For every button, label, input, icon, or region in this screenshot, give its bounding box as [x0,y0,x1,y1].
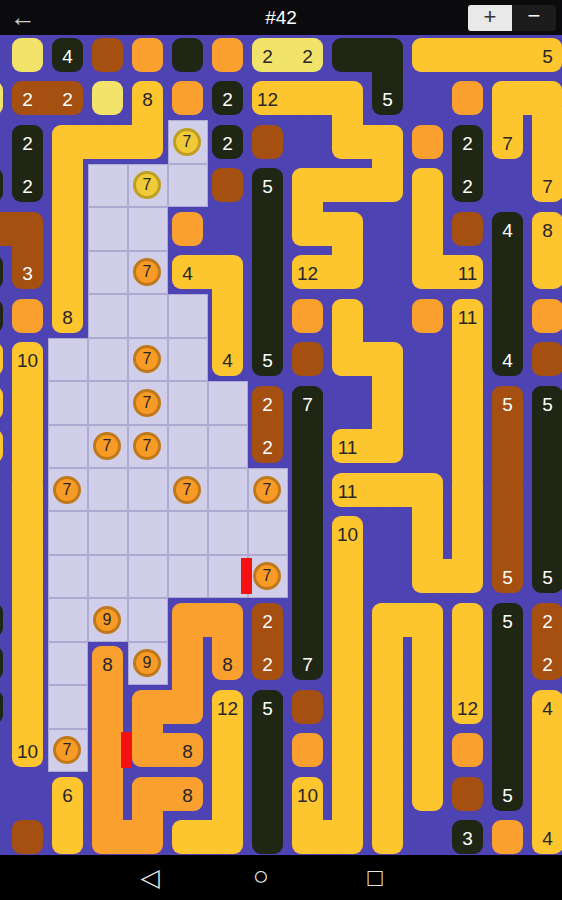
snake-length-label: 2 [262,47,273,66]
snake-cell[interactable] [92,38,123,72]
snake-cell[interactable] [292,690,323,724]
snake-bridge [212,759,243,784]
coin-hint[interactable]: 7 [53,736,81,764]
snake-bridge [195,820,220,854]
snake-bridge [475,38,500,72]
snake-bridge [315,820,340,854]
coin-hint[interactable]: 7 [173,128,201,156]
snake-bridge [12,629,43,654]
snake-bridge [275,38,300,72]
snake-bridge [532,107,562,132]
snake-bridge [492,412,523,437]
snake-bridge [212,281,243,306]
snake-bridge [252,238,283,263]
empty-cell[interactable] [88,381,128,424]
snake-bridge [492,542,523,567]
snake-bridge [412,672,443,697]
snake-bridge [12,542,43,567]
coin-hint[interactable]: 7 [93,432,121,460]
snake-bridge [532,412,562,437]
snake-length-label: 10 [17,351,38,370]
snake-bridge [435,559,460,593]
snake-cell[interactable] [12,38,43,72]
snake-bridge [412,759,443,784]
empty-cell[interactable] [128,294,168,337]
snake-bridge [35,81,60,115]
snake-length-label: 5 [542,47,553,66]
snake-bridge [12,585,43,610]
snake-bridge [115,820,140,854]
coin-hint[interactable]: 7 [133,345,161,373]
zoom-control: + − [468,5,556,31]
snake-length-label: 5 [502,785,513,804]
empty-cell[interactable] [48,685,88,728]
snake-length-label: 11 [338,438,358,457]
snake-bridge [532,803,562,828]
snake-length-label: 7 [302,655,313,674]
empty-cell[interactable] [168,164,208,207]
snake-bridge [532,542,562,567]
snake-bridge [492,281,523,306]
snake-length-label: 4 [542,698,553,717]
snake-bridge [532,238,562,263]
snake-cell[interactable] [172,212,203,246]
empty-cell[interactable] [168,425,208,468]
snake-cell[interactable] [292,342,323,376]
snake-bridge [435,255,460,289]
snake-bridge [515,38,540,72]
snake-bridge [275,81,300,115]
snake-bridge [452,629,483,654]
empty-cell[interactable] [208,511,248,554]
snake-bridge [252,325,283,350]
snake-bridge [52,238,83,263]
snake-bridge [332,629,363,654]
snake-bridge [252,759,283,784]
snake-length-label: 2 [62,90,73,109]
snake-cell[interactable] [172,38,203,72]
snake-bridge [12,672,43,697]
snake-length-label: 2 [222,90,233,109]
snake-bridge [452,499,483,524]
snake-length-label: 5 [262,177,273,196]
snake-length-label: 7 [502,133,513,152]
snake-bridge [452,368,483,393]
snake-length-label: 8 [62,307,73,326]
snake-bridge [332,542,363,567]
snake-length-label: 2 [542,655,553,674]
snake-cell[interactable] [12,820,43,854]
snake-length-label: 5 [502,611,513,630]
coin-hint[interactable]: 7 [53,476,81,504]
snake-cell-clipped [0,386,3,420]
snake-bridge [12,238,43,263]
snake-bridge [52,194,83,219]
android-nav-bar: ◁ ○ □ [0,855,562,900]
snake-cell-clipped [0,299,3,333]
snake-bridge [492,238,523,263]
snake-bridge [372,759,403,784]
snake-cell-clipped [0,168,3,202]
snake-bridge [12,412,43,437]
snake-cell[interactable] [492,820,523,854]
snake-bridge [52,281,83,306]
nav-recents-icon[interactable]: □ [367,863,382,892]
snake-bridge [412,499,443,524]
snake-bridge [532,629,562,654]
snake-length-label: 11 [338,481,358,500]
snake-length-label: 8 [182,785,193,804]
snake-length-label: 2 [262,655,273,674]
snake-length-label: 12 [457,698,478,717]
snake-length-label: 6 [62,785,73,804]
snake-bridge [92,759,123,784]
snake-cell[interactable] [212,38,243,72]
empty-cell[interactable] [168,381,208,424]
snake-bridge [252,281,283,306]
empty-cell[interactable] [128,511,168,554]
snake-cell[interactable] [292,733,323,767]
empty-cell[interactable] [128,598,168,641]
snake-length-label: 4 [502,351,513,370]
snake-length-label: 10 [297,785,318,804]
snake-bridge [12,716,43,741]
snake-length-label: 4 [542,829,553,848]
empty-cell[interactable] [208,381,248,424]
snake-bridge [172,629,203,654]
snake-length-label: 4 [182,264,193,283]
nav-back-icon[interactable]: ◁ [140,863,159,892]
empty-cell[interactable] [48,642,88,685]
error-marker [121,732,132,768]
snake-bridge [452,455,483,480]
empty-cell[interactable] [208,425,248,468]
snake-length-label: 12 [257,90,278,109]
snake-length-label: 5 [542,568,553,587]
phone-screen: ← #42 + − 422522821252227252748341211811… [0,0,562,900]
snake-length-label: 2 [462,133,473,152]
snake-bridge [492,107,523,132]
snake-cell-clipped [0,690,3,724]
snake-bridge [252,412,283,437]
snake-cell[interactable] [172,81,203,115]
snake-bridge [292,585,323,610]
snake-bridge [492,716,523,741]
snake-cell[interactable] [452,212,483,246]
snake-cell[interactable] [292,299,323,333]
snake-length-label: 2 [262,438,273,457]
snake-bridge [12,455,43,480]
snake-length-label: 2 [22,177,33,196]
snake-cell[interactable] [412,299,443,333]
snake-bridge [532,151,562,176]
snake-length-label: 12 [217,698,238,717]
snake-length-label: 2 [302,47,313,66]
snake-cell[interactable] [412,125,443,159]
snake-length-label: 4 [62,47,73,66]
snake-bridge [492,499,523,524]
empty-cell[interactable] [168,338,208,381]
snake-bridge [292,412,323,437]
snake-length-label: 2 [262,394,273,413]
coin-hint[interactable]: 7 [253,476,281,504]
snake-length-label: 3 [22,264,33,283]
snake-length-label: 2 [542,611,553,630]
empty-cell[interactable] [48,338,88,381]
snake-bridge [492,629,523,654]
snake-bridge [155,733,180,767]
snake-bridge [315,255,340,289]
snake-bridge [212,325,243,350]
snake-bridge [252,803,283,828]
snake-bridge [372,716,403,741]
empty-cell[interactable] [48,381,88,424]
snake-cell-clipped [0,81,3,115]
snake-length-label: 8 [542,220,553,239]
snake-length-label: 12 [297,264,318,283]
snake-bridge [532,716,562,741]
snake-bridge [92,716,123,741]
snake-length-label: 5 [262,351,273,370]
snake-bridge [332,585,363,610]
coin-hint[interactable]: 7 [133,432,161,460]
snake-bridge [332,672,363,697]
snake-bridge [252,629,283,654]
snake-cell[interactable] [532,342,562,376]
snake-bridge [292,542,323,567]
empty-cell[interactable] [168,555,208,598]
empty-cell[interactable] [128,207,168,250]
snake-length-label: 2 [222,133,233,152]
snake-bridge [355,168,380,202]
snake-length-label: 11 [458,307,478,326]
snake-bridge [92,672,123,697]
snake-bridge [412,194,443,219]
coin-hint[interactable]: 7 [173,476,201,504]
snake-cell-clipped [0,429,3,463]
snake-cell[interactable] [452,733,483,767]
snake-bridge [492,325,523,350]
empty-cell[interactable] [48,511,88,554]
snake-cell-clipped [0,255,3,289]
empty-cell[interactable] [88,207,128,250]
error-marker [241,558,252,594]
snake-bridge [355,429,380,463]
snake-cell[interactable] [12,299,43,333]
zoom-in-button[interactable]: + [468,5,512,31]
empty-cell[interactable] [48,555,88,598]
snake-bridge [212,629,243,654]
snake-length-label: 8 [142,90,153,109]
snake-length-label: 2 [462,177,473,196]
snake-length-label: 2 [22,133,33,152]
snake-length-label: 10 [17,742,38,761]
zoom-out-button[interactable]: − [512,5,556,31]
empty-cell[interactable] [208,468,248,511]
snake-length-label: 8 [182,742,193,761]
empty-cell[interactable] [88,251,128,294]
empty-cell[interactable] [128,468,168,511]
empty-cell[interactable] [88,555,128,598]
snake-cell[interactable] [532,299,562,333]
snake-cell-clipped [0,646,3,680]
snake-length-label: 8 [102,655,113,674]
snake-bridge [372,368,403,393]
snake-length-label: 2 [22,90,33,109]
snake-bridge [532,499,562,524]
snake-length-label: 7 [542,177,553,196]
empty-cell[interactable] [48,598,88,641]
snake-length-label: 4 [502,220,513,239]
snake-bridge [492,455,523,480]
snake-bridge [292,455,323,480]
coin-hint[interactable]: 9 [93,606,121,634]
snake-length-label: 11 [458,264,478,283]
snake-bridge [12,368,43,393]
snake-cell-clipped [0,342,3,376]
empty-cell[interactable] [88,338,128,381]
snake-bridge [412,629,443,654]
snake-cell[interactable] [132,38,163,72]
snake-cell[interactable] [452,81,483,115]
snake-bridge [252,194,283,219]
snake-length-label: 4 [222,351,233,370]
snake-bridge [452,325,483,350]
snake-bridge [332,759,363,784]
snake-length-label: 8 [222,655,233,674]
snake-bridge [452,151,483,176]
snake-length-label: 5 [542,394,553,413]
empty-cell[interactable] [128,555,168,598]
empty-cell[interactable] [168,511,208,554]
snake-length-label: 5 [502,568,513,587]
snake-bridge [52,803,83,828]
snake-bridge [492,759,523,784]
snake-bridge [292,499,323,524]
snake-cell[interactable] [452,777,483,811]
snake-length-label: 10 [337,524,358,543]
nav-home-icon[interactable]: ○ [253,861,269,892]
snake-length-label: 5 [382,90,393,109]
snake-bridge [452,672,483,697]
top-app-bar: ← #42 + − [0,0,562,35]
snake-cell[interactable] [252,125,283,159]
snake-bridge [115,125,140,159]
snake-bridge [532,759,562,784]
snake-cell-clipped [0,603,3,637]
snake-bridge [12,151,43,176]
snake-bridge [252,716,283,741]
snake-bridge [372,803,403,828]
puzzle-board[interactable]: 4225228212522272527483412118111045427552… [0,35,562,855]
coin-hint[interactable]: 7 [133,389,161,417]
snake-bridge [355,473,380,507]
empty-cell[interactable] [88,164,128,207]
snake-length-label: 3 [462,829,473,848]
empty-cell[interactable] [248,511,288,554]
snake-bridge [435,38,460,72]
snake-bridge [412,716,443,741]
snake-bridge [292,629,323,654]
snake-bridge [372,629,403,654]
empty-cell[interactable] [88,468,128,511]
snake-bridge [372,64,403,89]
snake-bridge [452,412,483,437]
snake-length-label: 7 [302,394,313,413]
snake-bridge [372,672,403,697]
snake-bridge [532,455,562,480]
snake-length-label: 5 [502,394,513,413]
empty-cell[interactable] [88,294,128,337]
snake-bridge [492,672,523,697]
snake-bridge [212,716,243,741]
empty-cell[interactable] [88,511,128,554]
empty-cell[interactable] [48,425,88,468]
snake-bridge [12,499,43,524]
snake-length-label: 5 [262,698,273,717]
snake-bridge [332,716,363,741]
snake-bridge [52,151,83,176]
snake-cell[interactable] [212,168,243,202]
empty-cell[interactable] [168,294,208,337]
snake-cell[interactable] [92,81,123,115]
snake-length-label: 2 [262,611,273,630]
